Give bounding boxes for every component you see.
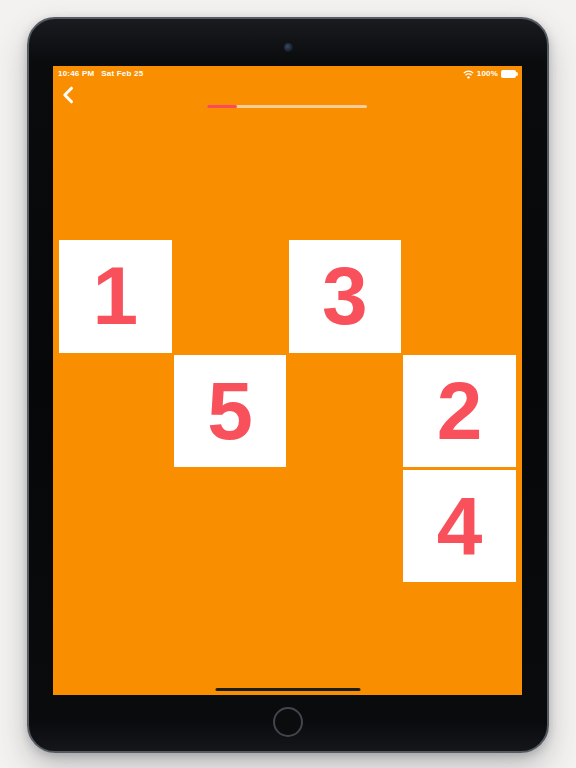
front-camera [284,43,293,52]
status-date: Sat Feb 25 [101,68,143,80]
home-button[interactable] [273,707,303,737]
tile-3[interactable]: 3 [289,240,402,353]
status-time: 10:46 PM [58,68,94,80]
app-screen: 10:46 PM Sat Feb 25 100% [53,66,522,695]
board-cell-empty-r1c2 [289,355,402,468]
tile-2[interactable]: 2 [403,355,516,468]
tile-4[interactable]: 4 [403,470,516,583]
board-cell-empty-r2c0 [59,470,172,583]
board-cell-empty-r0c3 [403,240,516,353]
battery-icon [501,70,516,78]
board-cell-empty-r1c0 [59,355,172,468]
page-background: 10:46 PM Sat Feb 25 100% [0,0,576,768]
board: 13524 [59,240,516,582]
board-cell-empty-r2c2 [289,470,402,583]
status-bar: 10:46 PM Sat Feb 25 100% [53,68,522,80]
board-cell-empty-r0c1 [174,240,287,353]
status-right: 100% [463,68,516,80]
progress-bar [207,105,367,108]
tile-1[interactable]: 1 [59,240,172,353]
status-left: 10:46 PM Sat Feb 25 [58,68,143,80]
chevron-left-icon [61,86,77,104]
board-cell-empty-r2c1 [174,470,287,583]
progress-fill [207,105,237,108]
back-button[interactable] [61,86,77,104]
battery-percent: 100% [477,68,498,80]
tile-5[interactable]: 5 [174,355,287,468]
tablet-frame: 10:46 PM Sat Feb 25 100% [27,17,549,753]
home-indicator[interactable] [215,688,360,692]
wifi-icon [463,70,474,79]
